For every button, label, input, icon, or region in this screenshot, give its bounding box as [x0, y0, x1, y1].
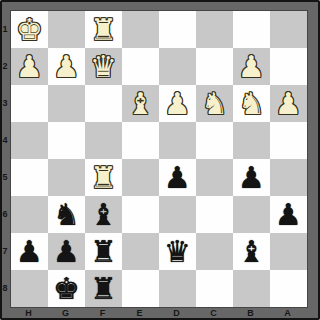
square-e7[interactable] — [122, 233, 159, 270]
file-label-d: D — [158, 307, 195, 320]
square-d3[interactable]: ♟ — [159, 85, 196, 122]
black-queen-d7[interactable]: ♛ — [159, 233, 196, 270]
square-a8[interactable] — [270, 270, 307, 307]
square-h7[interactable]: ♟ — [11, 233, 48, 270]
square-f4[interactable] — [85, 122, 122, 159]
file-label-c: C — [195, 307, 232, 320]
square-h1[interactable]: ♚ — [11, 11, 48, 48]
square-g8[interactable]: ♚ — [48, 270, 85, 307]
white-bishop-e3[interactable]: ♝ — [122, 85, 159, 122]
square-e6[interactable] — [122, 196, 159, 233]
black-rook-f8[interactable]: ♜ — [85, 270, 122, 307]
rank-labels: 12345678 — [0, 10, 10, 306]
square-g6[interactable]: ♞ — [48, 196, 85, 233]
square-b6[interactable] — [233, 196, 270, 233]
black-rook-f7[interactable]: ♜ — [85, 233, 122, 270]
white-queen-f2[interactable]: ♛ — [85, 48, 122, 85]
square-b1[interactable] — [233, 11, 270, 48]
square-h6[interactable] — [11, 196, 48, 233]
white-pawn-a3[interactable]: ♟ — [270, 85, 307, 122]
chess-board[interactable]: ♚♜♟♟♛♟♝♟♞♞♟♜♟♟♞♝♟♟♟♜♛♝♚♜ — [10, 10, 308, 308]
square-b4[interactable] — [233, 122, 270, 159]
chess-diagram: 12345678 ♚♜♟♟♛♟♝♟♞♞♟♜♟♟♞♝♟♟♟♜♛♝♚♜ HGFEDC… — [0, 0, 320, 320]
white-rook-f1[interactable]: ♜ — [85, 11, 122, 48]
square-f1[interactable]: ♜ — [85, 11, 122, 48]
square-c5[interactable] — [196, 159, 233, 196]
file-label-h: H — [10, 307, 47, 320]
square-f3[interactable] — [85, 85, 122, 122]
file-label-g: G — [47, 307, 84, 320]
square-b5[interactable]: ♟ — [233, 159, 270, 196]
square-d5[interactable]: ♟ — [159, 159, 196, 196]
black-pawn-g7[interactable]: ♟ — [48, 233, 85, 270]
black-pawn-b5[interactable]: ♟ — [233, 159, 270, 196]
square-f8[interactable]: ♜ — [85, 270, 122, 307]
square-c3[interactable]: ♞ — [196, 85, 233, 122]
square-e2[interactable] — [122, 48, 159, 85]
file-label-f: F — [84, 307, 121, 320]
square-g7[interactable]: ♟ — [48, 233, 85, 270]
rank-label-2: 2 — [0, 47, 10, 84]
rank-label-3: 3 — [0, 84, 10, 121]
square-a1[interactable] — [270, 11, 307, 48]
black-bishop-f6[interactable]: ♝ — [85, 196, 122, 233]
white-pawn-h2[interactable]: ♟ — [11, 48, 48, 85]
square-g5[interactable] — [48, 159, 85, 196]
square-e1[interactable] — [122, 11, 159, 48]
square-g2[interactable]: ♟ — [48, 48, 85, 85]
rank-label-7: 7 — [0, 232, 10, 269]
white-pawn-b2[interactable]: ♟ — [233, 48, 270, 85]
square-a3[interactable]: ♟ — [270, 85, 307, 122]
square-e4[interactable] — [122, 122, 159, 159]
square-b8[interactable] — [233, 270, 270, 307]
rank-label-8: 8 — [0, 269, 10, 306]
rank-label-1: 1 — [0, 10, 10, 47]
square-c1[interactable] — [196, 11, 233, 48]
square-e8[interactable] — [122, 270, 159, 307]
square-d7[interactable]: ♛ — [159, 233, 196, 270]
square-d6[interactable] — [159, 196, 196, 233]
white-knight-c3[interactable]: ♞ — [196, 85, 233, 122]
square-a2[interactable] — [270, 48, 307, 85]
file-label-b: B — [232, 307, 269, 320]
square-g3[interactable] — [48, 85, 85, 122]
square-c2[interactable] — [196, 48, 233, 85]
square-h5[interactable] — [11, 159, 48, 196]
square-h8[interactable] — [11, 270, 48, 307]
black-bishop-b7[interactable]: ♝ — [233, 233, 270, 270]
square-f7[interactable]: ♜ — [85, 233, 122, 270]
rank-label-5: 5 — [0, 158, 10, 195]
black-pawn-d5[interactable]: ♟ — [159, 159, 196, 196]
white-pawn-g2[interactable]: ♟ — [48, 48, 85, 85]
square-b2[interactable]: ♟ — [233, 48, 270, 85]
square-e5[interactable] — [122, 159, 159, 196]
square-f5[interactable]: ♜ — [85, 159, 122, 196]
square-h3[interactable] — [11, 85, 48, 122]
rank-label-4: 4 — [0, 121, 10, 158]
square-b3[interactable]: ♞ — [233, 85, 270, 122]
square-c8[interactable] — [196, 270, 233, 307]
white-knight-b3[interactable]: ♞ — [233, 85, 270, 122]
square-a5[interactable] — [270, 159, 307, 196]
white-pawn-d3[interactable]: ♟ — [159, 85, 196, 122]
black-knight-g6[interactable]: ♞ — [48, 196, 85, 233]
square-a4[interactable] — [270, 122, 307, 159]
rank-label-6: 6 — [0, 195, 10, 232]
square-c6[interactable] — [196, 196, 233, 233]
white-rook-f5[interactable]: ♜ — [85, 159, 122, 196]
white-king-h1[interactable]: ♚ — [11, 11, 48, 48]
file-label-a: A — [269, 307, 306, 320]
black-pawn-h7[interactable]: ♟ — [11, 233, 48, 270]
black-king-g8[interactable]: ♚ — [48, 270, 85, 307]
square-c4[interactable] — [196, 122, 233, 159]
square-e3[interactable]: ♝ — [122, 85, 159, 122]
square-g4[interactable] — [48, 122, 85, 159]
square-d8[interactable] — [159, 270, 196, 307]
file-labels: HGFEDCBA — [10, 307, 306, 320]
file-label-e: E — [121, 307, 158, 320]
square-g1[interactable] — [48, 11, 85, 48]
square-h2[interactable]: ♟ — [11, 48, 48, 85]
black-pawn-a6[interactable]: ♟ — [270, 196, 307, 233]
square-f6[interactable]: ♝ — [85, 196, 122, 233]
square-d1[interactable] — [159, 11, 196, 48]
square-a6[interactable]: ♟ — [270, 196, 307, 233]
square-a7[interactable] — [270, 233, 307, 270]
square-d4[interactable] — [159, 122, 196, 159]
square-b7[interactable]: ♝ — [233, 233, 270, 270]
square-c7[interactable] — [196, 233, 233, 270]
square-h4[interactable] — [11, 122, 48, 159]
square-f2[interactable]: ♛ — [85, 48, 122, 85]
square-d2[interactable] — [159, 48, 196, 85]
